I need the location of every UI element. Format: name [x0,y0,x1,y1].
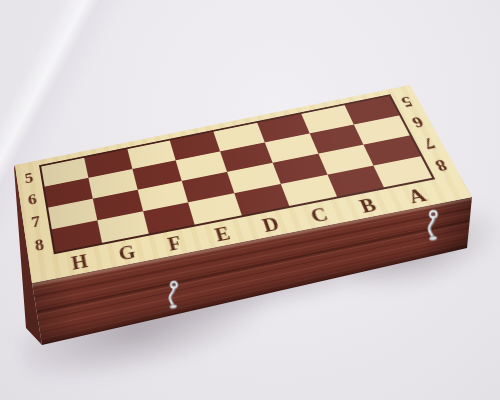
rank-label-left-8: 8 [25,231,54,260]
hook-clasp-icon-left[interactable] [160,279,186,311]
photo-background: 5678 5678 HGFEDCBA [0,0,500,400]
hook-clasp-icon-right[interactable] [418,207,448,243]
